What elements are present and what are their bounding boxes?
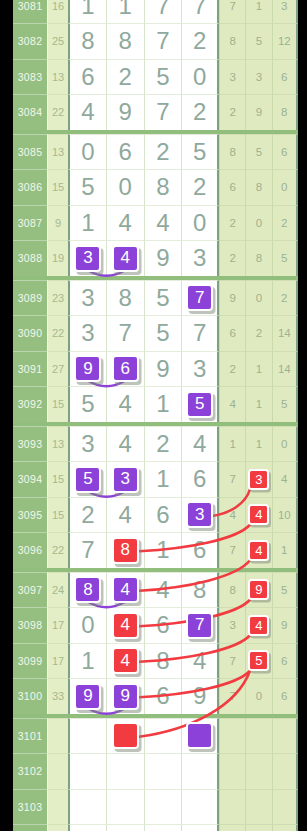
- stat-cell: 1: [245, 351, 271, 387]
- stat-cell: [245, 824, 271, 831]
- stat-cell: [219, 753, 245, 789]
- stat-cell: 0: [245, 205, 271, 241]
- chart-row: 3097248448895: [13, 572, 298, 608]
- digit-cell: 9: [144, 351, 182, 387]
- highlight-square-purple: 9: [74, 355, 101, 382]
- highlight-square-purple: 3: [112, 466, 139, 493]
- digit-cell: 6: [181, 532, 219, 568]
- digit-cell: 7: [181, 607, 219, 643]
- digit-cell: 5: [68, 169, 106, 205]
- stat-cell: 7: [219, 678, 245, 714]
- sum-cell: 15: [47, 386, 68, 422]
- digit-cell: [106, 753, 144, 789]
- digit-cell: 1: [106, 0, 144, 23]
- stat-cell: 9: [219, 280, 245, 316]
- chart-row: 3084224972298: [13, 94, 298, 130]
- digit-cell: 5: [68, 461, 106, 497]
- stat-cell: 1: [245, 426, 271, 462]
- period-cell: 3084: [13, 94, 47, 130]
- stat-cell: [272, 789, 298, 825]
- digit-cell: [68, 718, 106, 754]
- stat-cell: 7: [219, 643, 245, 679]
- digit-cell: 7: [181, 315, 219, 351]
- sum-cell: 25: [47, 23, 68, 59]
- digit-cell: 6: [144, 678, 182, 714]
- highlight-square-purple: 7: [186, 284, 213, 311]
- stat-cell: 9: [272, 607, 298, 643]
- stat-cell: 2: [219, 94, 245, 130]
- digit-cell: 9: [68, 678, 106, 714]
- sum-cell: 9: [47, 205, 68, 241]
- chart-row: 30912796932114: [13, 351, 298, 387]
- stat-cell: [272, 718, 298, 754]
- sum-cell: 13: [47, 426, 68, 462]
- digit-cell: 7: [106, 315, 144, 351]
- digit-cell: 1: [144, 532, 182, 568]
- digit-cell: 3: [181, 240, 219, 276]
- chart-row: 3083136250336: [13, 59, 298, 95]
- stat-cell: 2: [272, 280, 298, 316]
- stat-cell: 9: [245, 572, 271, 608]
- digit-cell: 4: [106, 240, 144, 276]
- stat-cell: [272, 824, 298, 831]
- period-cell: 3085: [13, 134, 47, 170]
- sum-cell: 13: [47, 59, 68, 95]
- stat-cell: 6: [219, 169, 245, 205]
- stat-cell: 6: [272, 59, 298, 95]
- digit-cell: 6: [181, 461, 219, 497]
- stat-cell: 2: [245, 315, 271, 351]
- highlight-square-red: 4: [112, 612, 139, 639]
- stat-cell: 4: [245, 607, 271, 643]
- period-cell: 3081: [13, 0, 47, 23]
- stat-cell: 7: [219, 0, 245, 23]
- digit-cell: 4: [181, 643, 219, 679]
- digit-cell: 1: [68, 643, 106, 679]
- chart-row: [13, 824, 298, 831]
- digit-cell: [144, 718, 182, 754]
- sum-cell: 19: [47, 240, 68, 276]
- stat-cell: 7: [219, 461, 245, 497]
- period-cell: 3088: [13, 240, 47, 276]
- chart-row: 30822588728512: [13, 23, 298, 59]
- digit-cell: 6: [144, 497, 182, 533]
- digit-cell: [181, 789, 219, 825]
- digit-cell: 6: [106, 351, 144, 387]
- digit-cell: 8: [68, 572, 106, 608]
- period-cell: 3097: [13, 572, 47, 608]
- stat-cell: 2: [219, 205, 245, 241]
- period-cell: 3100: [13, 678, 47, 714]
- digit-cell: 6: [144, 607, 182, 643]
- stat-cell: 14: [272, 351, 298, 387]
- chart-row: 3101: [13, 718, 298, 754]
- digit-cell: 4: [106, 426, 144, 462]
- digit-cell: 8: [144, 643, 182, 679]
- period-cell: 3091: [13, 351, 47, 387]
- stat-cell: 1: [219, 426, 245, 462]
- stat-cell: 6: [272, 134, 298, 170]
- sum-cell: 16: [47, 0, 68, 23]
- stat-cell: 0: [245, 280, 271, 316]
- digit-cell: 5: [144, 59, 182, 95]
- stat-cell: 1: [245, 386, 271, 422]
- sum-cell: [47, 824, 68, 831]
- digit-cell: 4: [144, 205, 182, 241]
- period-cell: 3083: [13, 59, 47, 95]
- digit-cell: 1: [144, 461, 182, 497]
- stat-cell: [272, 753, 298, 789]
- sum-cell: 23: [47, 280, 68, 316]
- chart-row: 3094155316734: [13, 461, 298, 497]
- sum-cell: 13: [47, 134, 68, 170]
- digit-cell: 4: [106, 572, 144, 608]
- period-cell: 3086: [13, 169, 47, 205]
- digit-cell: 4: [106, 607, 144, 643]
- digit-cell: [106, 789, 144, 825]
- stat-cell: [245, 753, 271, 789]
- sum-cell: 15: [47, 169, 68, 205]
- highlight-square-purple: 4: [112, 245, 139, 272]
- stat-cell: 5: [245, 23, 271, 59]
- digit-cell: 9: [144, 240, 182, 276]
- stat-cell: 0: [272, 169, 298, 205]
- chart-row: 3086155082680: [13, 169, 298, 205]
- digit-cell: 7: [144, 23, 182, 59]
- sum-cell: 22: [47, 315, 68, 351]
- highlight-square-red: 5: [248, 650, 269, 671]
- digit-cell: 1: [68, 0, 106, 23]
- stat-cell: 3: [272, 0, 298, 23]
- digit-cell: 5: [144, 315, 182, 351]
- stat-cell: 5: [245, 643, 271, 679]
- chart-row: 3092155415415: [13, 386, 298, 422]
- digit-cell: [106, 824, 144, 831]
- highlight-square-red: [112, 722, 139, 749]
- sum-cell: [47, 789, 68, 825]
- digit-cell: 2: [181, 23, 219, 59]
- stat-cell: 3: [245, 59, 271, 95]
- highlight-square-purple: 6: [112, 355, 139, 382]
- digit-cell: 7: [68, 532, 106, 568]
- stat-cell: 8: [219, 572, 245, 608]
- digit-cell: 7: [181, 280, 219, 316]
- highlight-square-red: 3: [248, 469, 269, 490]
- stat-cell: 4: [219, 386, 245, 422]
- highlight-square-purple: 7: [186, 612, 213, 639]
- digit-cell: 4: [181, 426, 219, 462]
- digit-cell: 6: [68, 59, 106, 95]
- digit-cell: 1: [68, 205, 106, 241]
- chart-row: 3089233857902: [13, 280, 298, 316]
- highlight-square-purple: 5: [186, 391, 213, 418]
- highlight-square-red: 4: [248, 540, 269, 561]
- digit-cell: 6: [106, 134, 144, 170]
- stat-cell: 5: [272, 240, 298, 276]
- stat-cell: 8: [219, 23, 245, 59]
- digit-cell: 0: [181, 205, 219, 241]
- digit-cell: [144, 789, 182, 825]
- stat-cell: 5: [272, 386, 298, 422]
- stat-cell: [219, 824, 245, 831]
- highlight-square-red: 4: [112, 647, 139, 674]
- sum-cell: 33: [47, 678, 68, 714]
- digit-cell: 3: [68, 426, 106, 462]
- digit-cell: 2: [181, 94, 219, 130]
- chart-row: 3093133424110: [13, 426, 298, 462]
- period-cell: 3101: [13, 718, 47, 754]
- period-cell: 3095: [13, 497, 47, 533]
- digit-cell: 2: [144, 134, 182, 170]
- sum-cell: 17: [47, 643, 68, 679]
- stat-cell: 4: [272, 461, 298, 497]
- period-cell: 3102: [13, 753, 47, 789]
- digit-cell: 3: [68, 240, 106, 276]
- stat-cell: 5: [272, 572, 298, 608]
- period-cell: 3098: [13, 607, 47, 643]
- highlight-square-purple: 4: [112, 576, 139, 603]
- highlight-square-purple: 3: [74, 245, 101, 272]
- digit-cell: 0: [68, 134, 106, 170]
- digit-cell: 8: [106, 280, 144, 316]
- digit-cell: [106, 718, 144, 754]
- period-cell: 3099: [13, 643, 47, 679]
- stat-cell: 14: [272, 315, 298, 351]
- period-cell: 3090: [13, 315, 47, 351]
- digit-cell: 8: [144, 169, 182, 205]
- sum-cell: [47, 753, 68, 789]
- chart-row: 308791440202: [13, 205, 298, 241]
- chart-row: 30951524634410: [13, 497, 298, 533]
- digit-cell: 9: [106, 94, 144, 130]
- highlight-square-red: 9: [248, 579, 269, 600]
- stat-cell: 3: [219, 607, 245, 643]
- stat-cell: 9: [245, 94, 271, 130]
- stat-cell: 3: [245, 461, 271, 497]
- stat-cell: 0: [245, 678, 271, 714]
- chart-row: 3085130625856: [13, 134, 298, 170]
- stat-cell: 2: [219, 240, 245, 276]
- digit-cell: 4: [106, 643, 144, 679]
- digit-cell: 2: [181, 169, 219, 205]
- trend-chart[interactable]: 3081161177713308225887285123083136250336…: [13, 0, 298, 831]
- period-cell: 3089: [13, 280, 47, 316]
- stat-cell: 12: [272, 23, 298, 59]
- highlight-square-purple: 3: [186, 501, 213, 528]
- stat-cell: 0: [272, 426, 298, 462]
- stat-cell: 1: [245, 0, 271, 23]
- stat-cell: 6: [219, 315, 245, 351]
- stat-cell: [219, 789, 245, 825]
- stat-cell: 4: [219, 497, 245, 533]
- digit-cell: [144, 824, 182, 831]
- digit-cell: 4: [106, 497, 144, 533]
- stat-cell: 8: [272, 94, 298, 130]
- period-cell: 3094: [13, 461, 47, 497]
- sum-cell: [47, 718, 68, 754]
- highlight-square-red: 8: [112, 537, 139, 564]
- lottery-trend-chart-screen: 3081161177713308225887285123083136250336…: [0, 0, 307, 831]
- stat-cell: 5: [245, 134, 271, 170]
- digit-cell: 2: [144, 426, 182, 462]
- stat-cell: 8: [219, 134, 245, 170]
- digit-cell: 8: [181, 572, 219, 608]
- digit-cell: 5: [144, 280, 182, 316]
- digit-cell: 5: [68, 386, 106, 422]
- digit-cell: 3: [106, 461, 144, 497]
- digit-cell: 4: [144, 572, 182, 608]
- digit-cell: 8: [106, 532, 144, 568]
- period-cell: [13, 824, 47, 831]
- digit-cell: 2: [106, 59, 144, 95]
- period-cell: 3103: [13, 789, 47, 825]
- stat-cell: 4: [245, 532, 271, 568]
- highlight-square-purple: 8: [74, 576, 101, 603]
- period-cell: 3092: [13, 386, 47, 422]
- period-cell: 3093: [13, 426, 47, 462]
- stat-cell: [245, 789, 271, 825]
- digit-cell: [68, 753, 106, 789]
- sum-cell: 22: [47, 532, 68, 568]
- highlight-square-purple: 9: [112, 683, 139, 710]
- stat-cell: 2: [219, 351, 245, 387]
- digit-cell: 1: [144, 386, 182, 422]
- highlight-square-purple: 5: [74, 466, 101, 493]
- stat-cell: 3: [219, 59, 245, 95]
- chart-row: 3081161177713: [13, 0, 298, 23]
- digit-cell: [181, 824, 219, 831]
- digit-cell: 2: [68, 497, 106, 533]
- digit-cell: 7: [144, 0, 182, 23]
- stat-cell: 2: [272, 205, 298, 241]
- digit-cell: 0: [181, 59, 219, 95]
- stat-cell: 10: [272, 497, 298, 533]
- digit-cell: 9: [106, 678, 144, 714]
- chart-row: 3099171484756: [13, 643, 298, 679]
- chart-row: 3103: [13, 789, 298, 825]
- highlight-square-red: 4: [248, 615, 269, 636]
- digit-cell: 3: [68, 280, 106, 316]
- chart-row: 3088193493285: [13, 240, 298, 276]
- chart-row: 3098170467349: [13, 607, 298, 643]
- stat-cell: 1: [272, 532, 298, 568]
- stat-cell: 8: [245, 169, 271, 205]
- highlight-square-purple: 9: [74, 683, 101, 710]
- sum-cell: 17: [47, 607, 68, 643]
- digit-cell: 3: [181, 351, 219, 387]
- digit-cell: [144, 753, 182, 789]
- stat-cell: 6: [272, 678, 298, 714]
- sum-cell: 15: [47, 461, 68, 497]
- stat-cell: [219, 718, 245, 754]
- digit-cell: [181, 718, 219, 754]
- digit-cell: 5: [181, 386, 219, 422]
- digit-cell: 9: [181, 678, 219, 714]
- digit-cell: [68, 789, 106, 825]
- stat-cell: 7: [219, 532, 245, 568]
- digit-cell: 3: [181, 497, 219, 533]
- stat-cell: 6: [272, 643, 298, 679]
- digit-cell: 7: [144, 94, 182, 130]
- chart-row: 3100339969706: [13, 678, 298, 714]
- digit-cell: 7: [181, 0, 219, 23]
- highlight-square-purple: [186, 722, 213, 749]
- digit-cell: [68, 824, 106, 831]
- period-cell: 3087: [13, 205, 47, 241]
- stat-cell: 8: [245, 240, 271, 276]
- chart-row: 3102: [13, 753, 298, 789]
- digit-cell: 4: [68, 94, 106, 130]
- digit-cell: 4: [106, 386, 144, 422]
- digit-cell: [181, 753, 219, 789]
- digit-cell: 3: [68, 315, 106, 351]
- digit-cell: 8: [68, 23, 106, 59]
- chart-row: 30902237576214: [13, 315, 298, 351]
- digit-cell: 0: [106, 169, 144, 205]
- digit-cell: 0: [68, 607, 106, 643]
- digit-cell: 8: [106, 23, 144, 59]
- stat-cell: [245, 718, 271, 754]
- sum-cell: 24: [47, 572, 68, 608]
- stat-cell: 4: [245, 497, 271, 533]
- sum-cell: 15: [47, 497, 68, 533]
- period-cell: 3082: [13, 23, 47, 59]
- period-cell: 3096: [13, 532, 47, 568]
- sum-cell: 22: [47, 94, 68, 130]
- sum-cell: 27: [47, 351, 68, 387]
- digit-cell: 9: [68, 351, 106, 387]
- digit-cell: 4: [106, 205, 144, 241]
- highlight-square-red: 4: [248, 504, 269, 525]
- chart-row: 3096227816741: [13, 532, 298, 568]
- digit-cell: 5: [181, 134, 219, 170]
